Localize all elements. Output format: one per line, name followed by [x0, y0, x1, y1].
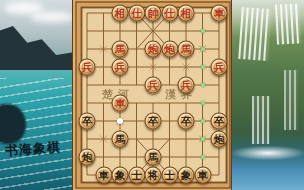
- move-hint-dot[interactable]: [201, 65, 205, 69]
- piece-red-horse[interactable]: 馬: [178, 41, 195, 58]
- xiangqi-board[interactable]: 楚河 漢界 相仕帥仕相車馬炮炮馬兵兵兵兵兵車卒卒卒卒馬炮炮馬車象士将士象車: [72, 0, 232, 190]
- move-hint-dot[interactable]: [201, 101, 205, 105]
- move-hint-dot[interactable]: [201, 137, 205, 141]
- left-scenery-photo: 书海象棋: [0, 0, 72, 190]
- piece-black-general[interactable]: 将: [145, 167, 162, 184]
- piece-black-horse[interactable]: 馬: [112, 131, 129, 148]
- piece-red-soldier[interactable]: 兵: [178, 77, 195, 94]
- piece-red-general[interactable]: 帥: [145, 5, 162, 22]
- piece-black-elephant[interactable]: 象: [178, 167, 195, 184]
- piece-red-cannon[interactable]: 炮: [145, 41, 162, 58]
- piece-red-horse[interactable]: 馬: [112, 41, 129, 58]
- piece-red-soldier[interactable]: 兵: [145, 77, 162, 94]
- piece-black-elephant[interactable]: 象: [112, 167, 129, 184]
- piece-red-soldier[interactable]: 兵: [112, 59, 129, 76]
- waterfall-streaks: [252, 96, 270, 144]
- piece-red-elephant[interactable]: 相: [178, 5, 195, 22]
- waterfall-streaks: [238, 7, 272, 61]
- piece-black-advisor[interactable]: 士: [128, 167, 145, 184]
- piece-red-soldier[interactable]: 兵: [211, 59, 228, 76]
- piece-black-soldier[interactable]: 卒: [79, 113, 96, 130]
- move-hint-dot[interactable]: [201, 47, 205, 51]
- piece-black-soldier[interactable]: 卒: [211, 113, 228, 130]
- right-scenery-photo: [232, 0, 304, 190]
- piece-black-cannon[interactable]: 炮: [211, 131, 228, 148]
- piece-black-advisor[interactable]: 士: [161, 167, 178, 184]
- mountain-silhouette: [0, 26, 72, 70]
- app-window: 书海象棋: [0, 0, 304, 190]
- move-hint-dot[interactable]: [201, 29, 205, 33]
- piece-red-advisor[interactable]: 仕: [161, 5, 178, 22]
- piece-red-cannon[interactable]: 炮: [161, 41, 178, 58]
- move-hint-dot[interactable]: [201, 119, 205, 123]
- piece-red-chariot[interactable]: 車: [211, 5, 228, 22]
- piece-red-advisor[interactable]: 仕: [128, 5, 145, 22]
- waterfall-streaks: [275, 3, 301, 44]
- move-hint-dot[interactable]: [201, 83, 205, 87]
- cloud-shape: [30, 12, 72, 22]
- last-move-marker-dot: [117, 118, 123, 124]
- piece-black-chariot[interactable]: 車: [95, 167, 112, 184]
- piece-black-horse[interactable]: 馬: [145, 149, 162, 166]
- piece-red-chariot[interactable]: 車: [112, 95, 129, 112]
- piece-black-cannon[interactable]: 炮: [79, 149, 96, 166]
- waterfall-streaks: [284, 70, 298, 130]
- move-hint-dot[interactable]: [201, 155, 205, 159]
- piece-black-chariot[interactable]: 車: [194, 167, 211, 184]
- piece-black-soldier[interactable]: 卒: [178, 113, 195, 130]
- piece-red-elephant[interactable]: 相: [112, 5, 129, 22]
- water-foam: [232, 146, 304, 160]
- piece-red-soldier[interactable]: 兵: [79, 59, 96, 76]
- piece-black-soldier[interactable]: 卒: [145, 113, 162, 130]
